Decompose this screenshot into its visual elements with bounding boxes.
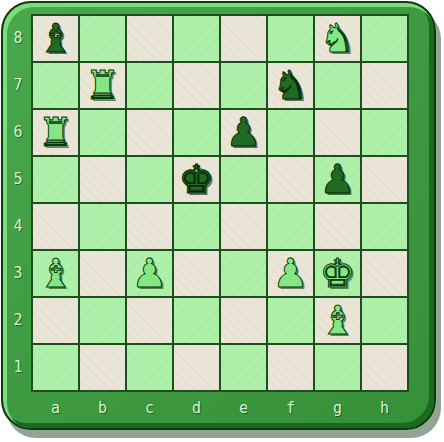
piece-white-rook-a6[interactable]: ♜: [38, 110, 74, 155]
square-c8[interactable]: [127, 16, 172, 61]
piece-black-bishop-a8[interactable]: ♝: [38, 16, 74, 61]
file-label-e: e: [221, 396, 266, 420]
rank-label-7: 7: [7, 63, 29, 108]
piece-black-pawn-e6[interactable]: ♟: [226, 110, 262, 155]
square-g8[interactable]: ♞: [315, 16, 360, 61]
piece-black-knight-f7[interactable]: ♞: [273, 63, 309, 108]
file-label-h: h: [362, 396, 407, 420]
piece-white-pawn-c3[interactable]: ♟: [132, 251, 168, 296]
square-g3[interactable]: ♚: [315, 251, 360, 296]
square-c1[interactable]: [127, 345, 172, 390]
file-label-c: c: [127, 396, 172, 420]
square-e6[interactable]: ♟: [221, 110, 266, 155]
file-label-g: g: [315, 396, 360, 420]
square-g7[interactable]: [315, 63, 360, 108]
square-e5[interactable]: [221, 157, 266, 202]
square-f4[interactable]: [268, 204, 313, 249]
piece-white-bishop-a3[interactable]: ♝: [38, 251, 74, 296]
piece-white-king-g3[interactable]: ♚: [320, 251, 356, 296]
square-d4[interactable]: [174, 204, 219, 249]
square-a1[interactable]: [33, 345, 78, 390]
board-grid: ♝♞♜♞♜♟♚♟♝♟♟♚♝: [31, 14, 409, 392]
rank-label-2: 2: [7, 298, 29, 343]
square-c5[interactable]: [127, 157, 172, 202]
square-b8[interactable]: [80, 16, 125, 61]
square-c3[interactable]: ♟: [127, 251, 172, 296]
square-a7[interactable]: [33, 63, 78, 108]
square-a4[interactable]: [33, 204, 78, 249]
square-b1[interactable]: [80, 345, 125, 390]
square-b7[interactable]: ♜: [80, 63, 125, 108]
rank-label-5: 5: [7, 157, 29, 202]
square-f3[interactable]: ♟: [268, 251, 313, 296]
square-h3[interactable]: [362, 251, 407, 296]
square-a3[interactable]: ♝: [33, 251, 78, 296]
square-d1[interactable]: [174, 345, 219, 390]
square-f7[interactable]: ♞: [268, 63, 313, 108]
square-h6[interactable]: [362, 110, 407, 155]
rank-label-8: 8: [7, 16, 29, 61]
square-c6[interactable]: [127, 110, 172, 155]
square-e2[interactable]: [221, 298, 266, 343]
square-f2[interactable]: [268, 298, 313, 343]
square-b5[interactable]: [80, 157, 125, 202]
file-label-f: f: [268, 396, 313, 420]
square-d2[interactable]: [174, 298, 219, 343]
square-e8[interactable]: [221, 16, 266, 61]
piece-white-knight-g8[interactable]: ♞: [320, 16, 356, 61]
piece-white-pawn-f3[interactable]: ♟: [273, 251, 309, 296]
piece-black-pawn-g5[interactable]: ♟: [320, 157, 356, 202]
square-g5[interactable]: ♟: [315, 157, 360, 202]
square-h8[interactable]: [362, 16, 407, 61]
square-f6[interactable]: [268, 110, 313, 155]
square-e3[interactable]: [221, 251, 266, 296]
square-e1[interactable]: [221, 345, 266, 390]
square-g1[interactable]: [315, 345, 360, 390]
square-a8[interactable]: ♝: [33, 16, 78, 61]
piece-white-rook-b7[interactable]: ♜: [85, 63, 121, 108]
square-f8[interactable]: [268, 16, 313, 61]
piece-black-king-d5[interactable]: ♚: [179, 157, 215, 202]
square-a5[interactable]: [33, 157, 78, 202]
square-c2[interactable]: [127, 298, 172, 343]
square-d7[interactable]: [174, 63, 219, 108]
piece-white-bishop-g2[interactable]: ♝: [320, 298, 356, 343]
square-d5[interactable]: ♚: [174, 157, 219, 202]
square-a2[interactable]: [33, 298, 78, 343]
square-h4[interactable]: [362, 204, 407, 249]
file-label-d: d: [174, 396, 219, 420]
square-b3[interactable]: [80, 251, 125, 296]
square-b6[interactable]: [80, 110, 125, 155]
rank-label-1: 1: [7, 345, 29, 390]
rank-label-3: 3: [7, 251, 29, 296]
square-f1[interactable]: [268, 345, 313, 390]
square-h1[interactable]: [362, 345, 407, 390]
square-a6[interactable]: ♜: [33, 110, 78, 155]
rank-label-6: 6: [7, 110, 29, 155]
square-d8[interactable]: [174, 16, 219, 61]
square-h7[interactable]: [362, 63, 407, 108]
square-c7[interactable]: [127, 63, 172, 108]
square-c4[interactable]: [127, 204, 172, 249]
square-g6[interactable]: [315, 110, 360, 155]
chessboard-window: ♝♞♜♞♜♟♚♟♝♟♟♚♝ 87654321 abcdefgh: [0, 0, 444, 442]
square-e7[interactable]: [221, 63, 266, 108]
square-h2[interactable]: [362, 298, 407, 343]
square-g4[interactable]: [315, 204, 360, 249]
square-d6[interactable]: [174, 110, 219, 155]
square-d3[interactable]: [174, 251, 219, 296]
square-h5[interactable]: [362, 157, 407, 202]
square-f5[interactable]: [268, 157, 313, 202]
square-e4[interactable]: [221, 204, 266, 249]
square-g2[interactable]: ♝: [315, 298, 360, 343]
square-b4[interactable]: [80, 204, 125, 249]
file-label-a: a: [33, 396, 78, 420]
rank-label-4: 4: [7, 204, 29, 249]
file-label-b: b: [80, 396, 125, 420]
square-b2[interactable]: [80, 298, 125, 343]
